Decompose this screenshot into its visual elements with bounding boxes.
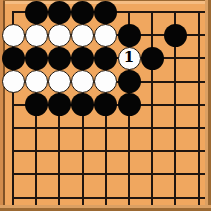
white-stone	[48, 24, 71, 47]
black-stone	[48, 93, 71, 116]
black-stone	[118, 93, 141, 116]
black-stone	[48, 1, 71, 24]
white-stone	[94, 70, 117, 93]
black-stone	[71, 1, 94, 24]
white-stone	[2, 70, 25, 93]
white-stone-move-1: 1	[118, 47, 141, 70]
white-stone	[71, 70, 94, 93]
black-stone	[118, 70, 141, 93]
black-stone	[71, 93, 94, 116]
white-stone	[48, 70, 71, 93]
white-stone	[71, 24, 94, 47]
black-stone	[25, 47, 48, 70]
go-board: 1	[0, 0, 211, 211]
black-stone	[141, 47, 164, 70]
white-stone	[94, 24, 117, 47]
black-stone	[164, 24, 187, 47]
black-stone	[71, 47, 94, 70]
black-stone	[48, 47, 71, 70]
stones-layer: 1	[0, 0, 211, 211]
black-stone	[118, 24, 141, 47]
white-stone	[25, 24, 48, 47]
black-stone	[94, 1, 117, 24]
black-stone	[25, 93, 48, 116]
white-stone	[2, 24, 25, 47]
black-stone	[94, 47, 117, 70]
white-stone	[25, 70, 48, 93]
black-stone	[94, 93, 117, 116]
black-stone	[2, 47, 25, 70]
black-stone	[25, 1, 48, 24]
